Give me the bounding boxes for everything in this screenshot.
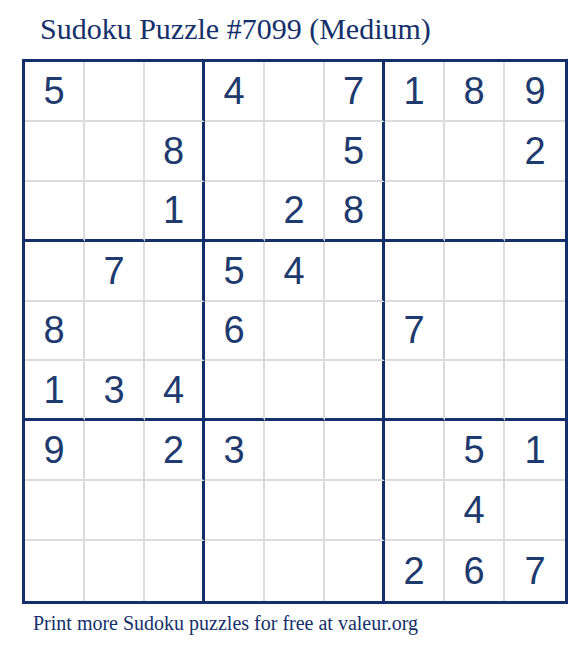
cell-r8c8[interactable]: 4 xyxy=(445,481,505,541)
cell-r2c5[interactable] xyxy=(265,122,325,182)
cell-r3c6[interactable]: 8 xyxy=(325,182,385,242)
cell-r2c1[interactable] xyxy=(25,122,85,182)
cell-r5c7[interactable]: 7 xyxy=(385,302,445,362)
cell-r7c2[interactable] xyxy=(85,421,145,481)
cell-r2c4[interactable] xyxy=(205,122,265,182)
cell-r7c9[interactable]: 1 xyxy=(505,421,565,481)
cell-r8c3[interactable] xyxy=(145,481,205,541)
cell-r9c8[interactable]: 6 xyxy=(445,541,505,601)
cell-r7c1[interactable]: 9 xyxy=(25,421,85,481)
cell-r8c7[interactable] xyxy=(385,481,445,541)
cell-r7c7[interactable] xyxy=(385,421,445,481)
cell-r2c2[interactable] xyxy=(85,122,145,182)
cell-r4c4[interactable]: 5 xyxy=(205,242,265,302)
cell-r8c5[interactable] xyxy=(265,481,325,541)
cell-r3c5[interactable]: 2 xyxy=(265,182,325,242)
cell-r8c1[interactable] xyxy=(25,481,85,541)
cell-r6c5[interactable] xyxy=(265,361,325,421)
cell-r7c3[interactable]: 2 xyxy=(145,421,205,481)
cell-r5c1[interactable]: 8 xyxy=(25,302,85,362)
cell-r9c4[interactable] xyxy=(205,541,265,601)
cell-r1c7[interactable]: 1 xyxy=(385,62,445,122)
cell-r4c8[interactable] xyxy=(445,242,505,302)
cell-r6c9[interactable] xyxy=(505,361,565,421)
cell-r7c6[interactable] xyxy=(325,421,385,481)
cell-r8c6[interactable] xyxy=(325,481,385,541)
cell-r4c2[interactable]: 7 xyxy=(85,242,145,302)
cell-r2c6[interactable]: 5 xyxy=(325,122,385,182)
cell-r2c7[interactable] xyxy=(385,122,445,182)
cell-r3c7[interactable] xyxy=(385,182,445,242)
cell-r9c6[interactable] xyxy=(325,541,385,601)
cell-r5c8[interactable] xyxy=(445,302,505,362)
cell-r5c3[interactable] xyxy=(145,302,205,362)
cell-r3c4[interactable] xyxy=(205,182,265,242)
cell-r6c3[interactable]: 4 xyxy=(145,361,205,421)
cell-r4c1[interactable] xyxy=(25,242,85,302)
cell-r9c5[interactable] xyxy=(265,541,325,601)
cell-r6c6[interactable] xyxy=(325,361,385,421)
cell-r5c4[interactable]: 6 xyxy=(205,302,265,362)
cell-r1c6[interactable]: 7 xyxy=(325,62,385,122)
cell-r3c9[interactable] xyxy=(505,182,565,242)
sudoku-grid: 547189852128754867134923514267 xyxy=(22,59,568,604)
cell-r5c5[interactable] xyxy=(265,302,325,362)
cell-r1c9[interactable]: 9 xyxy=(505,62,565,122)
cell-r4c5[interactable]: 4 xyxy=(265,242,325,302)
cell-r1c4[interactable]: 4 xyxy=(205,62,265,122)
cell-r1c1[interactable]: 5 xyxy=(25,62,85,122)
cell-r5c9[interactable] xyxy=(505,302,565,362)
cell-r1c8[interactable]: 8 xyxy=(445,62,505,122)
cell-r2c8[interactable] xyxy=(445,122,505,182)
sudoku-page: Sudoku Puzzle #7099 (Medium) 54718985212… xyxy=(0,0,574,651)
cell-r1c3[interactable] xyxy=(145,62,205,122)
cell-r3c1[interactable] xyxy=(25,182,85,242)
cell-r2c3[interactable]: 8 xyxy=(145,122,205,182)
cell-r9c2[interactable] xyxy=(85,541,145,601)
cell-r6c8[interactable] xyxy=(445,361,505,421)
cell-r6c4[interactable] xyxy=(205,361,265,421)
cell-r9c3[interactable] xyxy=(145,541,205,601)
cell-r1c2[interactable] xyxy=(85,62,145,122)
cell-r4c6[interactable] xyxy=(325,242,385,302)
cell-r8c9[interactable] xyxy=(505,481,565,541)
cell-r9c9[interactable]: 7 xyxy=(505,541,565,601)
cell-r1c5[interactable] xyxy=(265,62,325,122)
cell-r6c7[interactable] xyxy=(385,361,445,421)
cell-r8c4[interactable] xyxy=(205,481,265,541)
cell-r7c8[interactable]: 5 xyxy=(445,421,505,481)
cell-r3c8[interactable] xyxy=(445,182,505,242)
cell-r7c5[interactable] xyxy=(265,421,325,481)
cell-r6c1[interactable]: 1 xyxy=(25,361,85,421)
page-title: Sudoku Puzzle #7099 (Medium) xyxy=(40,12,431,46)
footer-text: Print more Sudoku puzzles for free at va… xyxy=(33,612,418,635)
cell-r4c3[interactable] xyxy=(145,242,205,302)
cell-r6c2[interactable]: 3 xyxy=(85,361,145,421)
cell-r5c6[interactable] xyxy=(325,302,385,362)
cell-r9c1[interactable] xyxy=(25,541,85,601)
cell-r9c7[interactable]: 2 xyxy=(385,541,445,601)
cell-r5c2[interactable] xyxy=(85,302,145,362)
cell-r3c2[interactable] xyxy=(85,182,145,242)
cell-r8c2[interactable] xyxy=(85,481,145,541)
cell-r4c9[interactable] xyxy=(505,242,565,302)
cell-r3c3[interactable]: 1 xyxy=(145,182,205,242)
cell-r2c9[interactable]: 2 xyxy=(505,122,565,182)
cell-r4c7[interactable] xyxy=(385,242,445,302)
cell-r7c4[interactable]: 3 xyxy=(205,421,265,481)
